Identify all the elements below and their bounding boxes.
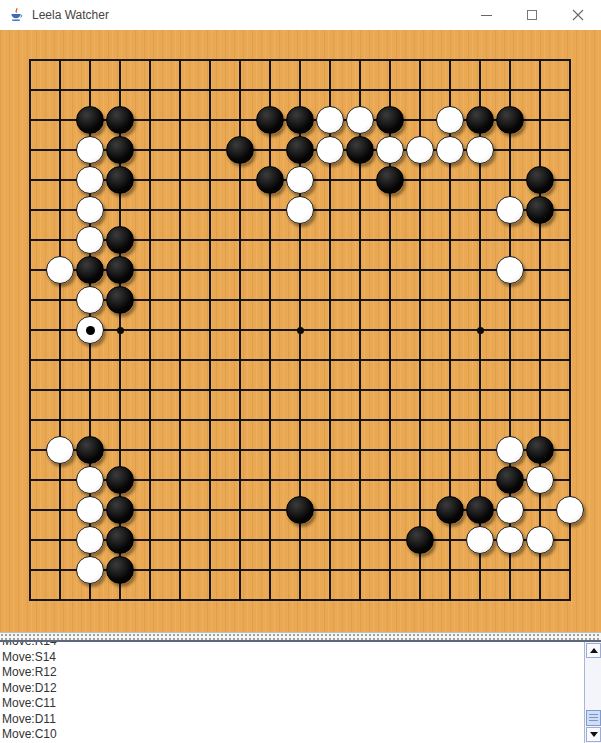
- white-stone: [76, 286, 104, 314]
- black-stone: [346, 136, 374, 164]
- move-log-text: Move:R14Move:S14Move:R12Move:D12Move:C11…: [0, 642, 584, 743]
- black-stone: [106, 166, 134, 194]
- black-stone: [106, 256, 134, 284]
- black-stone: [376, 166, 404, 194]
- white-stone: [496, 256, 524, 284]
- white-stone: [76, 316, 104, 344]
- white-stone: [316, 136, 344, 164]
- black-stone: [106, 466, 134, 494]
- move-log-line: Move:D11: [2, 712, 584, 728]
- black-stone: [526, 166, 554, 194]
- white-stone: [76, 226, 104, 254]
- black-stone: [76, 106, 104, 134]
- white-stone: [496, 526, 524, 554]
- move-log-panel[interactable]: Move:R14Move:S14Move:R12Move:D12Move:C11…: [0, 642, 584, 743]
- black-stone: [466, 106, 494, 134]
- divider-dotted-texture: [0, 633, 601, 640]
- white-stone: [76, 556, 104, 584]
- black-stone: [406, 526, 434, 554]
- white-stone: [76, 196, 104, 224]
- white-stone: [46, 256, 74, 284]
- black-stone: [106, 496, 134, 524]
- star-point: [117, 327, 124, 334]
- star-point: [477, 327, 484, 334]
- white-stone: [466, 526, 494, 554]
- window-title: Leela Watcher: [32, 8, 109, 22]
- java-coffee-icon: [8, 7, 24, 23]
- black-stone: [286, 496, 314, 524]
- white-stone: [496, 436, 524, 464]
- black-stone: [286, 106, 314, 134]
- title-bar: Leela Watcher: [0, 0, 601, 30]
- white-stone: [436, 136, 464, 164]
- black-stone: [526, 196, 554, 224]
- white-stone: [496, 196, 524, 224]
- maximize-button[interactable]: [509, 0, 555, 30]
- split-pane-divider[interactable]: [0, 632, 601, 642]
- black-stone: [106, 226, 134, 254]
- minimize-icon: [481, 15, 492, 16]
- move-log-line: Move:C10: [2, 727, 584, 743]
- black-stone: [106, 556, 134, 584]
- white-stone: [76, 136, 104, 164]
- black-stone: [376, 106, 404, 134]
- white-stone: [376, 136, 404, 164]
- white-stone: [76, 466, 104, 494]
- vertical-scrollbar[interactable]: [584, 642, 601, 743]
- black-stone: [436, 496, 464, 524]
- close-icon: [572, 9, 584, 21]
- white-stone: [286, 196, 314, 224]
- white-stone: [76, 166, 104, 194]
- black-stone: [76, 256, 104, 284]
- scroll-up-icon: [590, 648, 598, 653]
- scrollbar-thumb-grip-icon: [589, 714, 598, 723]
- black-stone: [286, 136, 314, 164]
- star-point: [297, 327, 304, 334]
- move-log-line: Move:R14: [2, 642, 584, 650]
- window-controls: [463, 0, 601, 30]
- move-log-line: Move:S14: [2, 650, 584, 666]
- black-stone: [496, 466, 524, 494]
- black-stone: [256, 106, 284, 134]
- black-stone: [76, 436, 104, 464]
- maximize-icon: [527, 10, 537, 20]
- white-stone: [286, 166, 314, 194]
- scrollbar-thumb[interactable]: [586, 710, 601, 726]
- black-stone: [496, 106, 524, 134]
- black-stone: [106, 136, 134, 164]
- white-stone: [526, 526, 554, 554]
- white-stone: [466, 136, 494, 164]
- white-stone: [76, 526, 104, 554]
- black-stone: [106, 106, 134, 134]
- board-grid: [15, 45, 585, 615]
- black-stone: [256, 166, 284, 194]
- scroll-up-button[interactable]: [586, 643, 601, 658]
- white-stone: [316, 106, 344, 134]
- white-stone: [76, 496, 104, 524]
- move-log-line: Move:C11: [2, 696, 584, 712]
- black-stone: [106, 286, 134, 314]
- white-stone: [46, 436, 74, 464]
- scroll-down-icon: [590, 732, 598, 737]
- white-stone: [556, 496, 584, 524]
- white-stone: [436, 106, 464, 134]
- black-stone: [226, 136, 254, 164]
- white-stone: [526, 466, 554, 494]
- last-move-marker: [86, 326, 95, 335]
- minimize-button[interactable]: [463, 0, 509, 30]
- move-log-line: Move:R12: [2, 665, 584, 681]
- black-stone: [106, 526, 134, 554]
- move-log-line: Move:D12: [2, 681, 584, 697]
- black-stone: [466, 496, 494, 524]
- white-stone: [346, 106, 374, 134]
- white-stone: [406, 136, 434, 164]
- black-stone: [526, 436, 554, 464]
- scroll-down-button[interactable]: [586, 727, 601, 742]
- go-board: [0, 30, 601, 632]
- close-button[interactable]: [555, 0, 601, 30]
- white-stone: [496, 496, 524, 524]
- app-window: Leela Watcher Move:R14Move:S14Move:R12Mo…: [0, 0, 601, 743]
